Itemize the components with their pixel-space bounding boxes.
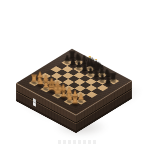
watermark <box>58 140 96 144</box>
clasp-latch <box>33 98 36 107</box>
product-photo: ♜♞♝♛♚♝♞♜♟♟♟♟♟♟♟♟♟♟♟♟♟♟♟♟♜♞♝♛♚♝♞♜ <box>0 0 150 150</box>
chess-piece-white-r: ♜ <box>66 95 84 105</box>
brass-finial <box>95 58 97 60</box>
chess-piece-black-p: ♟ <box>99 77 117 85</box>
